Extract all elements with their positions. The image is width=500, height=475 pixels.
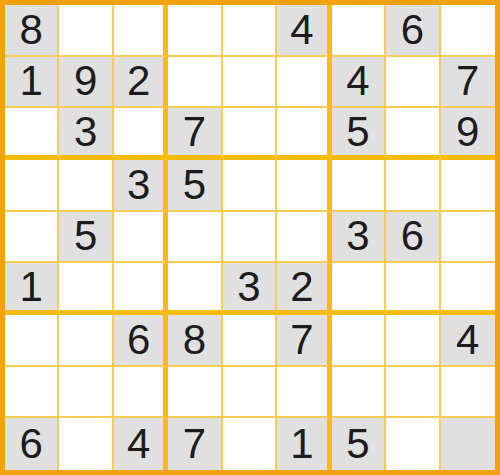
cell-r3c4[interactable]: 7 xyxy=(168,108,222,160)
cell-r1c6[interactable]: 4 xyxy=(277,5,331,57)
cell-r5c7[interactable]: 3 xyxy=(332,212,386,264)
cell-r2c6[interactable] xyxy=(277,57,331,109)
cell-r7c5[interactable] xyxy=(223,315,277,367)
cell-r4c2[interactable] xyxy=(59,160,113,212)
cell-r8c7[interactable] xyxy=(332,367,386,419)
cell-r9c4[interactable]: 7 xyxy=(168,418,222,470)
cell-r3c9[interactable]: 9 xyxy=(441,108,495,160)
cell-r7c1[interactable] xyxy=(5,315,59,367)
cell-r6c1[interactable]: 1 xyxy=(5,263,59,315)
cell-r2c2[interactable]: 9 xyxy=(59,57,113,109)
cell-r8c5[interactable] xyxy=(223,367,277,419)
cell-r4c7[interactable] xyxy=(332,160,386,212)
cell-r3c2[interactable]: 3 xyxy=(59,108,113,160)
cell-r7c9[interactable]: 4 xyxy=(441,315,495,367)
cell-r1c7[interactable] xyxy=(332,5,386,57)
cell-r6c3[interactable] xyxy=(114,263,168,315)
cell-r5c4[interactable] xyxy=(168,212,222,264)
cell-r1c9[interactable] xyxy=(441,5,495,57)
cell-r1c3[interactable] xyxy=(114,5,168,57)
cell-r6c6[interactable]: 2 xyxy=(277,263,331,315)
sudoku-board: 84619247375935536132687464715 xyxy=(0,0,500,475)
cell-r8c3[interactable] xyxy=(114,367,168,419)
cell-r8c8[interactable] xyxy=(386,367,440,419)
cell-r7c4[interactable]: 8 xyxy=(168,315,222,367)
cell-r3c8[interactable] xyxy=(386,108,440,160)
cell-r4c6[interactable] xyxy=(277,160,331,212)
cell-r5c5[interactable] xyxy=(223,212,277,264)
cell-r7c3[interactable]: 6 xyxy=(114,315,168,367)
cell-r4c3[interactable]: 3 xyxy=(114,160,168,212)
cell-r7c2[interactable] xyxy=(59,315,113,367)
cell-r1c8[interactable]: 6 xyxy=(386,5,440,57)
cell-r3c1[interactable] xyxy=(5,108,59,160)
cell-r5c1[interactable] xyxy=(5,212,59,264)
sudoku-app: 84619247375935536132687464715 xyxy=(0,0,500,475)
cell-r4c4[interactable]: 5 xyxy=(168,160,222,212)
cell-r8c9[interactable] xyxy=(441,367,495,419)
cell-r4c5[interactable] xyxy=(223,160,277,212)
cell-r3c3[interactable] xyxy=(114,108,168,160)
cell-r6c5[interactable]: 3 xyxy=(223,263,277,315)
cell-r8c6[interactable] xyxy=(277,367,331,419)
cell-r7c6[interactable]: 7 xyxy=(277,315,331,367)
cell-r8c2[interactable] xyxy=(59,367,113,419)
cell-r4c9[interactable] xyxy=(441,160,495,212)
cell-r9c2[interactable] xyxy=(59,418,113,470)
cell-r2c3[interactable]: 2 xyxy=(114,57,168,109)
cell-r5c2[interactable]: 5 xyxy=(59,212,113,264)
cell-r2c9[interactable]: 7 xyxy=(441,57,495,109)
cell-r5c3[interactable] xyxy=(114,212,168,264)
cell-r6c4[interactable] xyxy=(168,263,222,315)
cell-r7c7[interactable] xyxy=(332,315,386,367)
cell-r7c8[interactable] xyxy=(386,315,440,367)
cell-r4c1[interactable] xyxy=(5,160,59,212)
cell-r3c7[interactable]: 5 xyxy=(332,108,386,160)
cell-r6c2[interactable] xyxy=(59,263,113,315)
cell-r5c8[interactable]: 6 xyxy=(386,212,440,264)
cell-r5c6[interactable] xyxy=(277,212,331,264)
cell-r3c5[interactable] xyxy=(223,108,277,160)
cell-r1c4[interactable] xyxy=(168,5,222,57)
cell-r6c7[interactable] xyxy=(332,263,386,315)
cell-r9c8[interactable] xyxy=(386,418,440,470)
cell-r1c1[interactable]: 8 xyxy=(5,5,59,57)
cell-r1c2[interactable] xyxy=(59,5,113,57)
cell-r2c4[interactable] xyxy=(168,57,222,109)
cell-r2c5[interactable] xyxy=(223,57,277,109)
cell-r4c8[interactable] xyxy=(386,160,440,212)
cell-r9c7[interactable]: 5 xyxy=(332,418,386,470)
cell-r2c7[interactable]: 4 xyxy=(332,57,386,109)
cell-r9c6[interactable]: 1 xyxy=(277,418,331,470)
cell-r3c6[interactable] xyxy=(277,108,331,160)
cell-r6c9[interactable] xyxy=(441,263,495,315)
cell-r9c5[interactable] xyxy=(223,418,277,470)
cell-r9c9[interactable] xyxy=(441,418,495,470)
cell-r2c8[interactable] xyxy=(386,57,440,109)
cell-r9c3[interactable]: 4 xyxy=(114,418,168,470)
cell-r5c9[interactable] xyxy=(441,212,495,264)
cell-r1c5[interactable] xyxy=(223,5,277,57)
cell-r8c1[interactable] xyxy=(5,367,59,419)
cell-r6c8[interactable] xyxy=(386,263,440,315)
cell-r8c4[interactable] xyxy=(168,367,222,419)
cell-r9c1[interactable]: 6 xyxy=(5,418,59,470)
cell-r2c1[interactable]: 1 xyxy=(5,57,59,109)
